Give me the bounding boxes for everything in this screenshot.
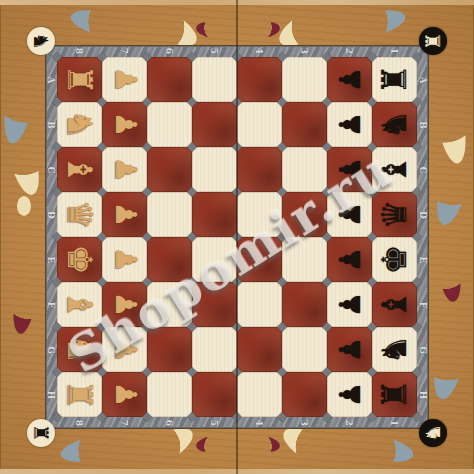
square-a7[interactable]: ♟	[327, 57, 372, 102]
coord-left-D: D	[45, 192, 57, 237]
square-g6[interactable]	[282, 327, 327, 372]
coord-right-E: E	[417, 237, 429, 282]
piece-white-queen: ♛	[57, 199, 102, 229]
piece-white-pawn: ♟	[102, 247, 147, 273]
square-d8[interactable]: ♛	[372, 192, 417, 237]
square-e5[interactable]	[237, 237, 282, 282]
square-b5[interactable]	[237, 102, 282, 147]
piece-white-pawn: ♟	[102, 382, 147, 408]
square-h2[interactable]: ♟	[102, 372, 147, 417]
frame-ornament	[431, 150, 474, 228]
frame-ornament	[1, 120, 45, 198]
square-a5[interactable]	[237, 57, 282, 102]
square-c5[interactable]	[237, 147, 282, 192]
piece-white-pawn: ♟	[102, 112, 147, 138]
square-a1[interactable]: ♜	[57, 57, 102, 102]
coord-bottom-5: 5	[192, 417, 237, 429]
square-h7[interactable]: ♟	[327, 372, 372, 417]
square-d5[interactable]	[237, 192, 282, 237]
piece-white-pawn: ♟	[102, 292, 147, 318]
coord-left-B: B	[45, 102, 57, 147]
piece-white-king: ♚	[57, 244, 102, 274]
square-d4[interactable]	[192, 192, 237, 237]
piece-black-pawn: ♟	[327, 112, 372, 138]
frame-ornament	[10, 277, 38, 335]
square-h1[interactable]: ♜	[57, 372, 102, 417]
medallion-bottom-right: ♞	[419, 419, 447, 447]
coord-left-E: E	[45, 237, 57, 282]
piece-white-bishop: ♝	[57, 289, 102, 319]
piece-white-bishop: ♝	[57, 154, 102, 184]
square-b1[interactable]: ♞	[57, 102, 102, 147]
square-b8[interactable]: ♞	[372, 102, 417, 147]
piece-black-pawn: ♟	[327, 157, 372, 183]
frame-ornament	[195, 434, 231, 455]
square-c1[interactable]: ♝	[57, 147, 102, 192]
square-d6[interactable]	[282, 192, 327, 237]
square-f7[interactable]: ♟	[327, 282, 372, 327]
frame-ornament	[342, 429, 415, 467]
square-e1[interactable]: ♚	[57, 237, 102, 282]
coord-top-3: 3	[282, 45, 327, 57]
coord-top-4: 4	[237, 45, 282, 57]
frame-ornament	[245, 20, 281, 41]
coord-bottom-8: 8	[57, 417, 102, 429]
square-g8[interactable]: ♞	[372, 327, 417, 372]
frame-ornament	[58, 429, 131, 467]
square-h8[interactable]: ♜	[372, 372, 417, 417]
medallion-top-right: ♜	[419, 27, 447, 55]
square-f3[interactable]	[147, 282, 192, 327]
square-e8[interactable]: ♚	[372, 237, 417, 282]
square-h6[interactable]	[282, 372, 327, 417]
coord-top-7: 7	[102, 45, 147, 57]
knight-icon: ♞	[27, 32, 55, 50]
coord-bottom-6: 6	[147, 417, 192, 429]
frame-ornament	[245, 434, 281, 455]
square-a4[interactable]	[192, 57, 237, 102]
square-e6[interactable]	[282, 237, 327, 282]
knight-icon: ♞	[419, 424, 447, 442]
coord-bottom-2: 2	[327, 417, 372, 429]
frame-ornament	[68, 5, 141, 43]
square-d1[interactable]: ♛	[57, 192, 102, 237]
coord-left-C: C	[45, 147, 57, 192]
square-c7[interactable]: ♟	[327, 147, 372, 192]
square-a2[interactable]: ♟	[102, 57, 147, 102]
board-fold-seam	[236, 0, 238, 474]
square-g7[interactable]: ♟	[327, 327, 372, 372]
square-f8[interactable]: ♝	[372, 282, 417, 327]
piece-black-pawn: ♟	[327, 67, 372, 93]
coord-left-G: G	[45, 327, 57, 372]
square-h3[interactable]	[147, 372, 192, 417]
coord-right-D: D	[417, 192, 429, 237]
coord-top-8: 8	[57, 45, 102, 57]
square-g3[interactable]	[147, 327, 192, 372]
square-f1[interactable]: ♝	[57, 282, 102, 327]
coord-left-A: A	[45, 57, 57, 102]
square-g1[interactable]: ♞	[57, 327, 102, 372]
coord-bottom-7: 7	[102, 417, 147, 429]
square-e7[interactable]: ♟	[327, 237, 372, 282]
piece-black-knight: ♞	[372, 109, 417, 139]
frame-ornament	[431, 82, 470, 165]
square-c2[interactable]: ♟	[102, 147, 147, 192]
square-d3[interactable]	[147, 192, 192, 237]
piece-black-rook: ♜	[372, 64, 417, 94]
frame-ornament	[334, 5, 407, 43]
square-b6[interactable]	[282, 102, 327, 147]
square-g2[interactable]: ♟	[102, 327, 147, 372]
piece-black-pawn: ♟	[327, 382, 372, 408]
coord-right-C: C	[417, 147, 429, 192]
square-a8[interactable]: ♜	[372, 57, 417, 102]
piece-black-rook: ♜	[372, 379, 417, 409]
piece-white-pawn: ♟	[102, 337, 147, 363]
coord-right-A: A	[417, 57, 429, 102]
coord-bottom-4: 4	[237, 417, 282, 429]
frame-ornament	[0, 62, 39, 145]
square-g5[interactable]	[237, 327, 282, 372]
coord-top-1: 1	[372, 45, 417, 57]
piece-black-pawn: ♟	[327, 202, 372, 228]
square-b7[interactable]: ♟	[327, 102, 372, 147]
square-f4[interactable]	[192, 282, 237, 327]
piece-white-knight: ♞	[57, 109, 102, 139]
square-e3[interactable]	[147, 237, 192, 282]
board-photo: 8765432187654321ABCDEFGHABCDEFGH ♜♟♟♜♞♟♟…	[0, 0, 474, 474]
coord-top-5: 5	[192, 45, 237, 57]
square-a3[interactable]	[147, 57, 192, 102]
coord-top-2: 2	[327, 45, 372, 57]
frame-ornament	[437, 251, 464, 303]
square-g4[interactable]	[192, 327, 237, 372]
rook-icon: ♜	[27, 424, 55, 442]
board-frame: 8765432187654321ABCDEFGHABCDEFGH ♜♟♟♜♞♟♟…	[0, 0, 474, 474]
square-d7[interactable]: ♟	[327, 192, 372, 237]
piece-black-pawn: ♟	[327, 337, 372, 363]
coord-right-G: G	[417, 327, 429, 372]
square-h5[interactable]	[237, 372, 282, 417]
piece-white-knight: ♞	[57, 334, 102, 364]
frame-ornament	[195, 20, 231, 41]
square-f5[interactable]	[237, 282, 282, 327]
coord-right-H: H	[417, 372, 429, 417]
square-c6[interactable]	[282, 147, 327, 192]
square-d2[interactable]: ♟	[102, 192, 147, 237]
frame-ornament	[17, 196, 31, 216]
piece-black-king: ♚	[372, 244, 417, 274]
square-e4[interactable]	[192, 237, 237, 282]
piece-white-rook: ♜	[57, 379, 102, 409]
square-c3[interactable]	[147, 147, 192, 192]
coord-left-F: F	[45, 282, 57, 327]
square-h4[interactable]	[192, 372, 237, 417]
coord-bottom-1: 1	[372, 417, 417, 429]
piece-black-queen: ♛	[372, 199, 417, 229]
square-c4[interactable]	[192, 147, 237, 192]
square-b4[interactable]	[192, 102, 237, 147]
square-a6[interactable]	[282, 57, 327, 102]
coord-bottom-3: 3	[282, 417, 327, 429]
piece-white-pawn: ♟	[102, 67, 147, 93]
piece-black-pawn: ♟	[327, 292, 372, 318]
coord-left-H: H	[45, 372, 57, 417]
coord-top-6: 6	[147, 45, 192, 57]
frame-ornament	[429, 328, 469, 402]
square-e2[interactable]: ♟	[102, 237, 147, 282]
piece-white-rook: ♜	[57, 64, 102, 94]
square-c8[interactable]: ♝	[372, 147, 417, 192]
coord-right-B: B	[417, 102, 429, 147]
square-b3[interactable]	[147, 102, 192, 147]
piece-black-bishop: ♝	[372, 289, 417, 319]
piece-black-bishop: ♝	[372, 154, 417, 184]
piece-black-knight: ♞	[372, 334, 417, 364]
rook-icon: ♜	[419, 32, 447, 50]
medallion-top-left: ♞	[27, 27, 55, 55]
square-b2[interactable]: ♟	[102, 102, 147, 147]
square-f6[interactable]	[282, 282, 327, 327]
piece-white-pawn: ♟	[102, 202, 147, 228]
medallion-bottom-left: ♜	[27, 419, 55, 447]
piece-white-pawn: ♟	[102, 157, 147, 183]
coord-right-F: F	[417, 282, 429, 327]
square-f2[interactable]: ♟	[102, 282, 147, 327]
piece-black-pawn: ♟	[327, 247, 372, 273]
